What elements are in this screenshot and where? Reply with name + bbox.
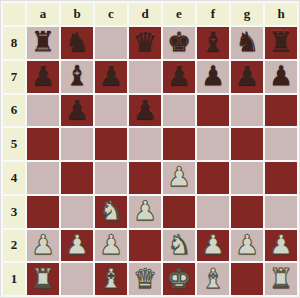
square-a3[interactable] — [27, 196, 59, 228]
square-f6[interactable] — [197, 95, 229, 127]
square-e4[interactable]: ♟ — [163, 162, 195, 194]
square-c7[interactable]: ♟ — [95, 61, 127, 93]
square-g6[interactable] — [231, 95, 263, 127]
square-c3[interactable]: ♞ — [95, 196, 127, 228]
square-d3[interactable]: ♟ — [129, 196, 161, 228]
corner-cell — [3, 3, 25, 25]
square-e1[interactable]: ♚ — [163, 263, 195, 295]
square-e3[interactable] — [163, 196, 195, 228]
square-f3[interactable] — [197, 196, 229, 228]
square-h1[interactable]: ♜ — [265, 263, 297, 295]
rank-label-2: 2 — [3, 230, 25, 262]
square-c8[interactable] — [95, 27, 127, 59]
square-d4[interactable] — [129, 162, 161, 194]
square-d2[interactable] — [129, 230, 161, 262]
rank-label-5: 5 — [3, 128, 25, 160]
piece-white-pawn[interactable]: ♟ — [167, 163, 191, 190]
square-g1[interactable] — [231, 263, 263, 295]
square-g7[interactable]: ♟ — [231, 61, 263, 93]
piece-black-bishop[interactable]: ♝ — [65, 62, 89, 89]
square-h3[interactable] — [265, 196, 297, 228]
square-d5[interactable] — [129, 128, 161, 160]
square-h4[interactable] — [265, 162, 297, 194]
square-a2[interactable]: ♟ — [27, 230, 59, 262]
piece-white-bishop[interactable]: ♝ — [99, 265, 123, 292]
square-g3[interactable] — [231, 196, 263, 228]
file-label-g: g — [231, 3, 263, 25]
rank-label-8: 8 — [3, 27, 25, 59]
file-label-b: b — [61, 3, 93, 25]
piece-white-queen[interactable]: ♛ — [133, 265, 157, 292]
square-d8[interactable]: ♛ — [129, 27, 161, 59]
piece-black-rook[interactable]: ♜ — [269, 28, 293, 55]
chess-board: abcdefgh8♜♞♛♚♝♞♜7♟♝♟♟♟♟♟6♟♟54♟3♞♟2♟♟♟♞♟♟… — [0, 0, 300, 298]
piece-white-rook[interactable]: ♜ — [269, 265, 293, 292]
piece-white-knight[interactable]: ♞ — [99, 197, 123, 224]
piece-white-rook[interactable]: ♜ — [31, 265, 55, 292]
square-e5[interactable] — [163, 128, 195, 160]
file-label-e: e — [163, 3, 195, 25]
square-c2[interactable]: ♟ — [95, 230, 127, 262]
square-d6[interactable]: ♟ — [129, 95, 161, 127]
square-h5[interactable] — [265, 128, 297, 160]
square-f4[interactable] — [197, 162, 229, 194]
square-c4[interactable] — [95, 162, 127, 194]
piece-white-king[interactable]: ♚ — [167, 265, 191, 292]
piece-black-pawn[interactable]: ♟ — [65, 96, 89, 123]
file-label-h: h — [265, 3, 297, 25]
square-f1[interactable]: ♝ — [197, 263, 229, 295]
square-f2[interactable]: ♟ — [197, 230, 229, 262]
square-h7[interactable]: ♟ — [265, 61, 297, 93]
square-h8[interactable]: ♜ — [265, 27, 297, 59]
piece-black-bishop[interactable]: ♝ — [201, 28, 225, 55]
piece-black-pawn[interactable]: ♟ — [269, 62, 293, 89]
square-b1[interactable] — [61, 263, 93, 295]
square-b4[interactable] — [61, 162, 93, 194]
piece-white-pawn[interactable]: ♟ — [133, 197, 157, 224]
piece-black-rook[interactable]: ♜ — [31, 28, 55, 55]
piece-white-pawn[interactable]: ♟ — [99, 231, 123, 258]
square-c1[interactable]: ♝ — [95, 263, 127, 295]
square-g5[interactable] — [231, 128, 263, 160]
square-g8[interactable]: ♞ — [231, 27, 263, 59]
square-d1[interactable]: ♛ — [129, 263, 161, 295]
square-c6[interactable] — [95, 95, 127, 127]
square-h6[interactable] — [265, 95, 297, 127]
piece-black-pawn[interactable]: ♟ — [31, 62, 55, 89]
rank-label-3: 3 — [3, 196, 25, 228]
square-a5[interactable] — [27, 128, 59, 160]
piece-white-knight[interactable]: ♞ — [167, 231, 191, 258]
square-e8[interactable]: ♚ — [163, 27, 195, 59]
file-label-d: d — [129, 3, 161, 25]
square-a7[interactable]: ♟ — [27, 61, 59, 93]
square-a1[interactable]: ♜ — [27, 263, 59, 295]
rank-label-7: 7 — [3, 61, 25, 93]
piece-black-pawn[interactable]: ♟ — [133, 96, 157, 123]
square-b7[interactable]: ♝ — [61, 61, 93, 93]
square-e7[interactable]: ♟ — [163, 61, 195, 93]
piece-white-pawn[interactable]: ♟ — [269, 231, 293, 258]
rank-label-4: 4 — [3, 162, 25, 194]
square-d7[interactable] — [129, 61, 161, 93]
square-a4[interactable] — [27, 162, 59, 194]
piece-white-bishop[interactable]: ♝ — [201, 265, 225, 292]
piece-white-pawn[interactable]: ♟ — [31, 231, 55, 258]
square-h2[interactable]: ♟ — [265, 230, 297, 262]
square-e2[interactable]: ♞ — [163, 230, 195, 262]
rank-label-1: 1 — [3, 263, 25, 295]
square-b6[interactable]: ♟ — [61, 95, 93, 127]
piece-white-pawn[interactable]: ♟ — [65, 231, 89, 258]
square-f8[interactable]: ♝ — [197, 27, 229, 59]
piece-black-knight[interactable]: ♞ — [235, 28, 259, 55]
square-b2[interactable]: ♟ — [61, 230, 93, 262]
square-b5[interactable] — [61, 128, 93, 160]
file-label-f: f — [197, 3, 229, 25]
square-g2[interactable]: ♟ — [231, 230, 263, 262]
piece-black-knight[interactable]: ♞ — [65, 28, 89, 55]
piece-white-pawn[interactable]: ♟ — [235, 231, 259, 258]
piece-white-pawn[interactable]: ♟ — [201, 231, 225, 258]
piece-black-pawn[interactable]: ♟ — [99, 62, 123, 89]
square-b3[interactable] — [61, 196, 93, 228]
square-a8[interactable]: ♜ — [27, 27, 59, 59]
square-a6[interactable] — [27, 95, 59, 127]
square-c5[interactable] — [95, 128, 127, 160]
square-f5[interactable] — [197, 128, 229, 160]
piece-black-pawn[interactable]: ♟ — [167, 62, 191, 89]
piece-black-queen[interactable]: ♛ — [133, 28, 157, 55]
square-f7[interactable]: ♟ — [197, 61, 229, 93]
square-e6[interactable] — [163, 95, 195, 127]
piece-black-pawn[interactable]: ♟ — [201, 62, 225, 89]
square-b8[interactable]: ♞ — [61, 27, 93, 59]
piece-black-pawn[interactable]: ♟ — [235, 62, 259, 89]
square-g4[interactable] — [231, 162, 263, 194]
file-label-c: c — [95, 3, 127, 25]
piece-black-king[interactable]: ♚ — [167, 28, 191, 55]
file-label-a: a — [27, 3, 59, 25]
rank-label-6: 6 — [3, 95, 25, 127]
